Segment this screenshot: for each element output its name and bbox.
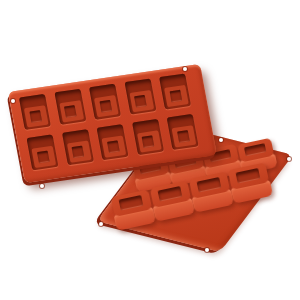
cavity-slot bbox=[142, 135, 155, 148]
corner-hole bbox=[40, 184, 44, 188]
cavity-slot bbox=[177, 130, 190, 143]
corner-hole bbox=[183, 67, 187, 71]
bump-slot bbox=[157, 187, 182, 202]
cavity-floor bbox=[94, 95, 119, 117]
cavity bbox=[132, 119, 164, 155]
cavity bbox=[62, 129, 94, 165]
cavity-floor bbox=[137, 130, 162, 152]
product-photo-canvas bbox=[0, 0, 300, 300]
cavity bbox=[159, 73, 191, 109]
cavity-slot bbox=[134, 95, 147, 108]
corner-hole bbox=[219, 138, 223, 142]
corner-hole bbox=[99, 222, 103, 226]
cavity-floor bbox=[67, 140, 92, 162]
cavity bbox=[89, 84, 121, 120]
cavity-slot bbox=[37, 151, 50, 164]
cavity bbox=[19, 94, 51, 130]
cavity bbox=[54, 89, 86, 125]
cavity-slot bbox=[107, 140, 120, 153]
bump-slot bbox=[196, 178, 221, 193]
cavity bbox=[167, 114, 199, 150]
cavity bbox=[124, 79, 156, 115]
cavity-floor bbox=[164, 85, 189, 107]
bump-slot bbox=[235, 169, 260, 184]
cavity-floor bbox=[172, 125, 197, 147]
cavity bbox=[26, 134, 58, 170]
bump-slot bbox=[244, 143, 266, 156]
corner-hole bbox=[287, 157, 291, 161]
cavity-floor bbox=[24, 105, 49, 127]
bump-slot bbox=[118, 196, 143, 211]
cavity-slot bbox=[29, 110, 42, 123]
cavity-slot bbox=[99, 100, 112, 113]
cavity-floor bbox=[102, 135, 127, 157]
cavity-floor bbox=[129, 90, 154, 112]
corner-hole bbox=[11, 99, 15, 103]
bump bbox=[227, 162, 273, 204]
cavity-slot bbox=[169, 90, 182, 103]
cavity-slot bbox=[64, 105, 77, 118]
cavity-slot bbox=[72, 146, 85, 159]
cavity bbox=[97, 124, 129, 160]
corner-hole bbox=[205, 248, 209, 252]
cavity-floor bbox=[32, 146, 57, 168]
cavity-floor bbox=[59, 100, 84, 122]
